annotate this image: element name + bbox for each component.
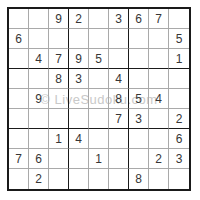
cell-r3c4[interactable]: 9 [69, 49, 89, 69]
cell-r7c9[interactable]: 6 [169, 129, 189, 149]
cell-r5c7[interactable]: 5 [129, 89, 149, 109]
cell-r2c8[interactable] [149, 29, 169, 49]
cell-r3c1[interactable] [9, 49, 29, 69]
cell-r7c1[interactable] [9, 129, 29, 149]
cell-r2c4[interactable] [69, 29, 89, 49]
cell-r9c7[interactable]: 8 [129, 169, 149, 189]
cell-r9c1[interactable] [9, 169, 29, 189]
cell-r2c7[interactable] [129, 29, 149, 49]
cell-r9c8[interactable] [149, 169, 169, 189]
cell-r8c1[interactable]: 7 [9, 149, 29, 169]
cell-r4c1[interactable] [9, 69, 29, 89]
cell-r6c4[interactable] [69, 109, 89, 129]
cell-r4c6[interactable]: 4 [109, 69, 129, 89]
cell-r2c2[interactable] [29, 29, 49, 49]
cell-r9c6[interactable] [109, 169, 129, 189]
cell-r1c9[interactable] [169, 9, 189, 29]
cell-r9c9[interactable] [169, 169, 189, 189]
sudoku-board-container: © LiveSudoku.com 92367654795183498547321… [7, 7, 191, 191]
cell-r2c9[interactable]: 5 [169, 29, 189, 49]
cell-r1c4[interactable]: 2 [69, 9, 89, 29]
cell-r6c2[interactable] [29, 109, 49, 129]
cell-r5c5[interactable] [89, 89, 109, 109]
cell-r8c9[interactable]: 3 [169, 149, 189, 169]
cell-r6c8[interactable] [149, 109, 169, 129]
cell-r8c5[interactable]: 1 [89, 149, 109, 169]
cell-r8c8[interactable]: 2 [149, 149, 169, 169]
cell-r4c5[interactable] [89, 69, 109, 89]
cell-r7c3[interactable]: 1 [49, 129, 69, 149]
cell-r2c5[interactable] [89, 29, 109, 49]
cell-r4c2[interactable] [29, 69, 49, 89]
cell-r2c3[interactable] [49, 29, 69, 49]
cell-r9c3[interactable] [49, 169, 69, 189]
cell-r1c8[interactable]: 7 [149, 9, 169, 29]
cell-r6c9[interactable]: 2 [169, 109, 189, 129]
cell-r5c8[interactable]: 4 [149, 89, 169, 109]
cell-r4c9[interactable] [169, 69, 189, 89]
cell-r7c8[interactable] [149, 129, 169, 149]
cell-r9c4[interactable] [69, 169, 89, 189]
cell-r5c6[interactable]: 8 [109, 89, 129, 109]
cell-r7c7[interactable] [129, 129, 149, 149]
cell-r4c7[interactable] [129, 69, 149, 89]
cell-r6c6[interactable]: 7 [109, 109, 129, 129]
cell-r6c5[interactable] [89, 109, 109, 129]
cell-r3c9[interactable]: 1 [169, 49, 189, 69]
cell-r2c1[interactable]: 6 [9, 29, 29, 49]
cell-r2c6[interactable] [109, 29, 129, 49]
cell-r8c2[interactable]: 6 [29, 149, 49, 169]
cell-r4c4[interactable]: 3 [69, 69, 89, 89]
cell-r7c5[interactable] [89, 129, 109, 149]
cell-r6c1[interactable] [9, 109, 29, 129]
cell-r4c3[interactable]: 8 [49, 69, 69, 89]
sudoku-board: © LiveSudoku.com 92367654795183498547321… [7, 7, 191, 191]
cell-r1c6[interactable]: 3 [109, 9, 129, 29]
cell-r3c8[interactable] [149, 49, 169, 69]
cell-r1c7[interactable]: 6 [129, 9, 149, 29]
cell-r5c4[interactable] [69, 89, 89, 109]
cell-r1c1[interactable] [9, 9, 29, 29]
cell-r3c6[interactable] [109, 49, 129, 69]
cell-r9c2[interactable]: 2 [29, 169, 49, 189]
cell-r4c8[interactable] [149, 69, 169, 89]
cell-r6c7[interactable]: 3 [129, 109, 149, 129]
cell-r3c2[interactable]: 4 [29, 49, 49, 69]
cell-r1c2[interactable] [29, 9, 49, 29]
cell-r8c4[interactable] [69, 149, 89, 169]
cell-r5c2[interactable]: 9 [29, 89, 49, 109]
cell-r1c3[interactable]: 9 [49, 9, 69, 29]
cell-r9c5[interactable] [89, 169, 109, 189]
cell-r3c3[interactable]: 7 [49, 49, 69, 69]
cell-r6c3[interactable] [49, 109, 69, 129]
cell-r7c6[interactable] [109, 129, 129, 149]
cell-r7c4[interactable]: 4 [69, 129, 89, 149]
cell-r5c1[interactable] [9, 89, 29, 109]
cell-r5c9[interactable] [169, 89, 189, 109]
cell-r8c6[interactable] [109, 149, 129, 169]
cell-r3c7[interactable] [129, 49, 149, 69]
cell-r8c7[interactable] [129, 149, 149, 169]
cell-r8c3[interactable] [49, 149, 69, 169]
cell-r5c3[interactable] [49, 89, 69, 109]
cell-r7c2[interactable] [29, 129, 49, 149]
cell-r3c5[interactable]: 5 [89, 49, 109, 69]
cell-r1c5[interactable] [89, 9, 109, 29]
